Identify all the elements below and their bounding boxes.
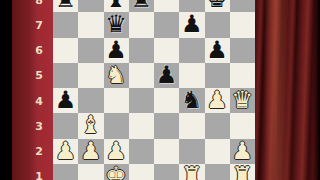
square-c7[interactable]: ♛ <box>104 12 129 37</box>
square-e3[interactable] <box>154 113 179 138</box>
rank-label-6: 6 <box>28 44 50 57</box>
white-pawn-h2[interactable]: ♟ <box>232 139 254 164</box>
square-b6[interactable] <box>78 38 103 63</box>
square-f7[interactable]: ♟ <box>179 12 204 37</box>
black-rook-d8[interactable]: ♜ <box>131 0 153 12</box>
right-edge-bar <box>313 0 320 180</box>
white-rook-h1[interactable]: ♜ <box>232 164 254 180</box>
square-a8[interactable]: ♜ <box>53 0 78 12</box>
square-d7[interactable] <box>129 12 154 37</box>
square-f6[interactable] <box>179 38 204 63</box>
square-a1[interactable] <box>53 164 78 180</box>
square-b3[interactable]: ♝ <box>78 113 103 138</box>
white-pawn-g4[interactable]: ♟ <box>206 88 228 113</box>
square-g2[interactable] <box>205 139 230 164</box>
black-pawn-a4[interactable]: ♟ <box>55 88 77 113</box>
square-h2[interactable]: ♟ <box>230 139 255 164</box>
square-g4[interactable]: ♟ <box>205 88 230 113</box>
square-c4[interactable] <box>104 88 129 113</box>
square-a2[interactable]: ♟ <box>53 139 78 164</box>
white-knight-c5[interactable]: ♞ <box>105 63 127 88</box>
square-e1[interactable] <box>154 164 179 180</box>
white-pawn-a2[interactable]: ♟ <box>55 139 77 164</box>
square-h1[interactable]: ♜ <box>230 164 255 180</box>
square-a4[interactable]: ♟ <box>53 88 78 113</box>
square-c1[interactable]: ♚ <box>104 164 129 180</box>
square-g1[interactable] <box>205 164 230 180</box>
square-d3[interactable] <box>129 113 154 138</box>
square-a7[interactable] <box>53 12 78 37</box>
rank-label-5: 5 <box>28 69 50 82</box>
left-edge-bar <box>0 0 12 180</box>
square-g6[interactable]: ♟ <box>205 38 230 63</box>
rank-label-3: 3 <box>28 119 50 132</box>
black-king-g8[interactable]: ♚ <box>206 0 228 12</box>
square-d4[interactable] <box>129 88 154 113</box>
square-a3[interactable] <box>53 113 78 138</box>
square-e6[interactable] <box>154 38 179 63</box>
square-g5[interactable] <box>205 63 230 88</box>
square-f3[interactable] <box>179 113 204 138</box>
square-e7[interactable] <box>154 12 179 37</box>
black-pawn-g6[interactable]: ♟ <box>206 38 228 63</box>
square-g7[interactable] <box>205 12 230 37</box>
white-queen-h4[interactable]: ♛ <box>232 88 254 113</box>
chess-board[interactable]: ♜♝♜♚♛♟♟♟♞♟♟♞♟♛♝♟♟♟♟♚♜♜ <box>53 0 255 180</box>
black-queen-c7[interactable]: ♛ <box>105 12 127 37</box>
wood-grain-highlight <box>264 0 298 180</box>
black-rook-a8[interactable]: ♜ <box>55 0 77 12</box>
square-g3[interactable] <box>205 113 230 138</box>
square-h3[interactable] <box>230 113 255 138</box>
rank-label-2: 2 <box>28 145 50 158</box>
square-e8[interactable] <box>154 0 179 12</box>
square-a6[interactable] <box>53 38 78 63</box>
square-d6[interactable] <box>129 38 154 63</box>
black-pawn-f7[interactable]: ♟ <box>181 12 203 37</box>
rank-label-8: 8 <box>28 0 50 6</box>
black-pawn-c6[interactable]: ♟ <box>105 38 127 63</box>
square-d5[interactable] <box>129 63 154 88</box>
rank-label-4: 4 <box>28 94 50 107</box>
square-b8[interactable] <box>78 0 103 12</box>
square-f5[interactable] <box>179 63 204 88</box>
white-pawn-c2[interactable]: ♟ <box>105 139 127 164</box>
square-c6[interactable]: ♟ <box>104 38 129 63</box>
rank-label-7: 7 <box>28 18 50 31</box>
square-b2[interactable]: ♟ <box>78 139 103 164</box>
square-e4[interactable] <box>154 88 179 113</box>
white-pawn-b2[interactable]: ♟ <box>80 139 102 164</box>
square-b7[interactable] <box>78 12 103 37</box>
black-pawn-e5[interactable]: ♟ <box>156 63 178 88</box>
square-h6[interactable] <box>230 38 255 63</box>
black-knight-f4[interactable]: ♞ <box>181 88 203 113</box>
square-h8[interactable] <box>230 0 255 12</box>
square-b5[interactable] <box>78 63 103 88</box>
white-king-c1[interactable]: ♚ <box>105 164 127 180</box>
square-f1[interactable]: ♜ <box>179 164 204 180</box>
square-h7[interactable] <box>230 12 255 37</box>
square-e2[interactable] <box>154 139 179 164</box>
square-g8[interactable]: ♚ <box>205 0 230 12</box>
square-d8[interactable]: ♜ <box>129 0 154 12</box>
square-c5[interactable]: ♞ <box>104 63 129 88</box>
square-h5[interactable] <box>230 63 255 88</box>
square-f4[interactable]: ♞ <box>179 88 204 113</box>
rank-label-1: 1 <box>28 170 50 180</box>
square-f2[interactable] <box>179 139 204 164</box>
square-b4[interactable] <box>78 88 103 113</box>
square-a5[interactable] <box>53 63 78 88</box>
square-e5[interactable]: ♟ <box>154 63 179 88</box>
square-c2[interactable]: ♟ <box>104 139 129 164</box>
white-rook-f1[interactable]: ♜ <box>181 164 203 180</box>
square-d2[interactable] <box>129 139 154 164</box>
white-bishop-b3[interactable]: ♝ <box>80 113 102 138</box>
square-c3[interactable] <box>104 113 129 138</box>
square-h4[interactable]: ♛ <box>230 88 255 113</box>
square-b1[interactable] <box>78 164 103 180</box>
square-d1[interactable] <box>129 164 154 180</box>
